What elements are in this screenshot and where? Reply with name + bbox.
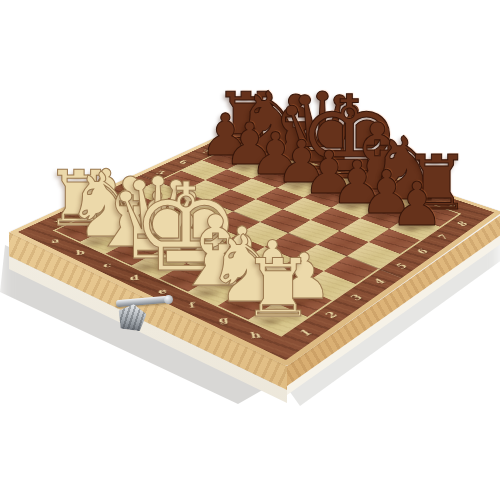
file-label-far-a: a <box>259 138 267 143</box>
clasp-bar <box>116 296 168 308</box>
clasp-knob <box>164 295 173 304</box>
file-label-near-h: h <box>249 331 262 340</box>
file-label-near-a: a <box>51 237 59 244</box>
file-label-far-c: c <box>308 155 317 160</box>
file-label-near-b: b <box>76 249 85 256</box>
metal-clasp <box>108 290 178 338</box>
chess-set-product-photo: aabbccddeeffgghh1122334455667788 ♜♞♟♝♟♛♟… <box>0 0 500 500</box>
file-label-near-c: c <box>103 261 112 268</box>
file-label-near-d: d <box>129 274 139 281</box>
file-label-near-g: g <box>217 316 229 324</box>
